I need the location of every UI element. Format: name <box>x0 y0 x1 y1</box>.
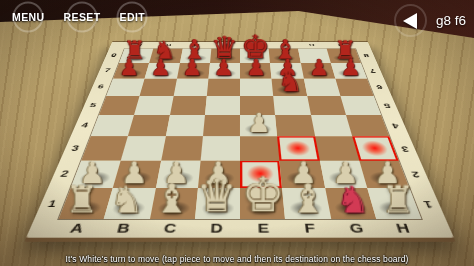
black-pawn-d7[interactable]: ♟ <box>214 56 234 79</box>
white-queen-d1[interactable]: ♛ <box>197 174 237 219</box>
square-f6[interactable]: ♞ <box>272 79 307 96</box>
reset-button[interactable]: RESET <box>57 5 108 29</box>
black-pawn-b7[interactable]: ♟ <box>151 56 171 79</box>
square-h6[interactable] <box>335 79 373 96</box>
square-c7[interactable]: ♟ <box>177 63 210 79</box>
square-g4[interactable] <box>311 115 352 136</box>
white-rook-a1[interactable]: ♜ <box>65 182 98 219</box>
square-b5[interactable] <box>134 96 173 115</box>
square-f4[interactable] <box>275 115 314 136</box>
edit-button[interactable]: EDIT <box>113 5 153 29</box>
square-d6[interactable] <box>207 79 240 96</box>
file-label-bottom-F: F <box>286 219 335 238</box>
square-h1[interactable]: ♜ <box>367 188 421 219</box>
file-label-bottom-G: G <box>331 219 382 238</box>
file-label-bottom-D: D <box>193 219 240 238</box>
square-e1[interactable]: ♚ <box>240 188 285 219</box>
square-d5[interactable] <box>205 96 240 115</box>
square-g1[interactable]: ♞ <box>325 188 376 219</box>
square-g5[interactable] <box>307 96 346 115</box>
last-move-text: g8 f6 <box>436 13 466 28</box>
square-a6[interactable] <box>106 79 144 96</box>
black-knight-f6[interactable]: ♞ <box>278 68 303 95</box>
back-arrow-icon <box>403 13 417 29</box>
square-f5[interactable] <box>273 96 310 115</box>
square-a7[interactable]: ♟ <box>113 63 149 79</box>
status-message: It's White's turn to move (tap piece to … <box>0 254 474 264</box>
black-pawn-c7[interactable]: ♟ <box>182 56 202 79</box>
square-e4[interactable]: ♟ <box>240 115 277 136</box>
file-label-bottom-E: E <box>240 219 287 238</box>
square-h4[interactable] <box>346 115 390 136</box>
square-b7[interactable]: ♟ <box>145 63 180 79</box>
square-c5[interactable] <box>170 96 207 115</box>
black-pawn-h7[interactable]: ♟ <box>341 56 361 79</box>
edit-button-label: EDIT <box>120 11 146 23</box>
square-e3[interactable] <box>240 136 280 160</box>
file-label-bottom-B: B <box>98 219 149 238</box>
square-e6[interactable] <box>240 79 273 96</box>
white-bishop-f1[interactable]: ♝ <box>290 179 326 219</box>
file-label-bottom-C: C <box>145 219 194 238</box>
square-b4[interactable] <box>128 115 169 136</box>
toolbar: MENU RESET EDIT <box>5 5 152 29</box>
white-knight-b1[interactable]: ♞ <box>110 182 143 219</box>
square-d1[interactable]: ♛ <box>195 188 240 219</box>
square-c6[interactable] <box>173 79 208 96</box>
square-a4[interactable] <box>91 115 135 136</box>
file-label-bottom-A: A <box>50 219 103 238</box>
white-rook-h1[interactable]: ♜ <box>382 182 415 219</box>
square-d4[interactable] <box>203 115 240 136</box>
square-e7[interactable]: ♟ <box>240 63 272 79</box>
game-screen: ♜♞♝♛♚♝♜♟♟♟♟♟♟♟♟♞♟♟♟♟♟♟♟♟♜♞♝♛♚♝♞♜ AABBCCD… <box>0 0 474 266</box>
square-g6[interactable] <box>303 79 340 96</box>
undo-move-button[interactable] <box>394 4 427 37</box>
square-h5[interactable] <box>340 96 381 115</box>
square-g7[interactable]: ♟ <box>300 63 335 79</box>
square-c4[interactable] <box>165 115 204 136</box>
white-king-e1[interactable]: ♚ <box>241 171 284 219</box>
file-label-top-G: G <box>297 42 327 49</box>
square-b6[interactable] <box>140 79 177 96</box>
black-pawn-e7[interactable]: ♟ <box>246 56 266 79</box>
white-pawn-e4[interactable]: ♟ <box>247 110 271 136</box>
file-label-bottom-H: H <box>377 219 430 238</box>
square-d7[interactable]: ♟ <box>208 63 240 79</box>
square-f1[interactable]: ♝ <box>282 188 330 219</box>
move-indicator: g8 f6 <box>394 4 466 37</box>
square-a1[interactable]: ♜ <box>59 188 113 219</box>
square-a5[interactable] <box>99 96 140 115</box>
menu-button-label: MENU <box>12 11 45 23</box>
square-b1[interactable]: ♞ <box>104 188 155 219</box>
black-pawn-a7[interactable]: ♟ <box>119 56 139 79</box>
menu-button[interactable]: MENU <box>5 5 52 29</box>
square-h7[interactable]: ♟ <box>331 63 367 79</box>
white-bishop-c1[interactable]: ♝ <box>154 179 190 219</box>
white-knight-g1-selected[interactable]: ♞ <box>337 182 370 219</box>
square-c1[interactable]: ♝ <box>149 188 197 219</box>
black-pawn-g7[interactable]: ♟ <box>309 56 329 79</box>
reset-button-label: RESET <box>64 11 101 23</box>
